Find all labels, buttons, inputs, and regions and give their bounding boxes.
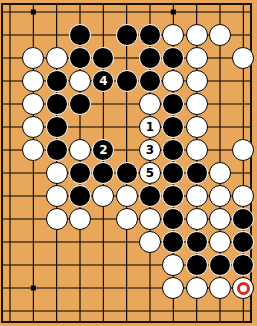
white-stone — [186, 24, 208, 46]
move-number: 3 — [146, 144, 154, 156]
board-cell[interactable] — [138, 208, 161, 231]
board-cell[interactable] — [92, 208, 115, 231]
board-cell[interactable] — [92, 185, 115, 208]
board-cell[interactable] — [45, 139, 68, 162]
board-cell[interactable] — [45, 24, 68, 47]
move-number: 1 — [146, 121, 154, 133]
white-stone — [162, 70, 184, 92]
board-cell[interactable] — [138, 254, 161, 277]
board-cell[interactable] — [92, 24, 115, 47]
board-cell[interactable] — [92, 300, 115, 323]
white-stone — [186, 93, 208, 115]
board-cell[interactable] — [115, 116, 138, 139]
board-cell[interactable] — [115, 24, 138, 47]
white-stone — [22, 47, 44, 69]
board-cell[interactable] — [208, 254, 231, 277]
board-cell[interactable] — [208, 277, 231, 300]
board-cell[interactable] — [22, 185, 45, 208]
white-stone — [186, 70, 208, 92]
board-cell[interactable] — [68, 162, 91, 185]
board-cell[interactable] — [92, 277, 115, 300]
board-cell[interactable] — [208, 162, 231, 185]
board-cell[interactable] — [22, 93, 45, 116]
white-stone: 3 — [139, 139, 161, 161]
board-cell[interactable] — [68, 24, 91, 47]
white-stone — [46, 162, 68, 184]
white-stone — [162, 277, 184, 299]
board-cell[interactable] — [92, 47, 115, 70]
white-stone — [139, 231, 161, 253]
black-stone — [162, 208, 184, 230]
board-cell[interactable] — [45, 1, 68, 24]
white-stone — [186, 116, 208, 138]
board-cell[interactable] — [0, 116, 22, 139]
board-cell[interactable] — [45, 277, 68, 300]
board-cell[interactable] — [232, 185, 255, 208]
board-cell[interactable] — [232, 93, 255, 116]
black-stone — [139, 47, 161, 69]
board-grid: 41235 — [0, 1, 255, 323]
board-cell[interactable] — [232, 70, 255, 93]
board-cell[interactable] — [185, 1, 208, 24]
black-stone — [162, 231, 184, 253]
red-circle-marker-icon — [237, 282, 250, 295]
board-cell[interactable] — [22, 70, 45, 93]
board-cell[interactable] — [22, 277, 45, 300]
black-stone — [116, 162, 138, 184]
board-cell[interactable] — [162, 139, 185, 162]
board-cell[interactable] — [232, 231, 255, 254]
white-stone — [209, 277, 231, 299]
white-stone — [209, 185, 231, 207]
board-cell[interactable]: 1 — [138, 116, 161, 139]
white-stone — [186, 277, 208, 299]
board-cell[interactable] — [22, 208, 45, 231]
black-stone — [139, 70, 161, 92]
board-cell[interactable] — [68, 1, 91, 24]
board-cell[interactable] — [22, 231, 45, 254]
board-cell[interactable] — [232, 254, 255, 277]
board-cell[interactable] — [208, 116, 231, 139]
board-cell[interactable] — [22, 116, 45, 139]
white-stone — [186, 185, 208, 207]
board-cell[interactable] — [45, 185, 68, 208]
white-stone — [22, 139, 44, 161]
board-cell[interactable] — [138, 1, 161, 24]
white-stone — [22, 93, 44, 115]
board-cell[interactable] — [22, 24, 45, 47]
board-cell[interactable] — [208, 139, 231, 162]
board-cell[interactable] — [208, 93, 231, 116]
black-stone — [139, 185, 161, 207]
black-stone: 4 — [92, 70, 114, 92]
black-stone — [232, 231, 254, 253]
board-cell[interactable] — [232, 24, 255, 47]
board-cell[interactable] — [68, 208, 91, 231]
board-cell[interactable] — [208, 1, 231, 24]
board-cell[interactable] — [45, 116, 68, 139]
white-stone — [232, 277, 254, 299]
board-cell[interactable] — [162, 24, 185, 47]
board-cell[interactable] — [0, 185, 22, 208]
black-stone — [69, 93, 91, 115]
board-cell[interactable] — [138, 185, 161, 208]
board-cell[interactable] — [162, 116, 185, 139]
board-cell[interactable] — [115, 277, 138, 300]
white-stone — [22, 70, 44, 92]
board-cell[interactable] — [208, 70, 231, 93]
board-cell[interactable] — [0, 162, 22, 185]
board-cell[interactable] — [22, 300, 45, 323]
board-cell[interactable]: 3 — [138, 139, 161, 162]
white-stone — [46, 208, 68, 230]
board-cell[interactable] — [68, 93, 91, 116]
board-cell[interactable] — [232, 277, 255, 300]
board-cell[interactable] — [45, 47, 68, 70]
board-cell[interactable] — [0, 231, 22, 254]
black-stone — [232, 254, 254, 276]
board-cell[interactable] — [185, 231, 208, 254]
board-cell[interactable] — [68, 139, 91, 162]
board-cell[interactable] — [208, 47, 231, 70]
board-cell[interactable] — [22, 254, 45, 277]
white-stone — [92, 185, 114, 207]
board-cell[interactable] — [232, 1, 255, 24]
board-cell[interactable] — [138, 277, 161, 300]
black-stone — [69, 24, 91, 46]
board-cell[interactable] — [45, 70, 68, 93]
board-cell[interactable] — [162, 208, 185, 231]
white-stone — [139, 93, 161, 115]
black-stone — [162, 47, 184, 69]
go-board-diagram: 41235 — [0, 0, 257, 326]
board-cell[interactable] — [162, 185, 185, 208]
black-stone — [162, 93, 184, 115]
white-stone — [139, 208, 161, 230]
board-cell[interactable] — [115, 254, 138, 277]
board-cell[interactable] — [22, 162, 45, 185]
white-stone — [69, 70, 91, 92]
white-stone — [209, 24, 231, 46]
board-cell[interactable] — [138, 47, 161, 70]
black-stone — [232, 208, 254, 230]
board-cell[interactable] — [68, 231, 91, 254]
black-stone — [46, 139, 68, 161]
board-cell[interactable] — [162, 93, 185, 116]
board-cell[interactable] — [0, 277, 22, 300]
board-cell[interactable] — [115, 93, 138, 116]
board-cell[interactable] — [232, 116, 255, 139]
board-cell[interactable] — [115, 139, 138, 162]
board-cell[interactable] — [232, 208, 255, 231]
board-cell[interactable] — [68, 70, 91, 93]
board-cell[interactable] — [92, 93, 115, 116]
board-cell[interactable] — [185, 24, 208, 47]
board-cell[interactable] — [162, 277, 185, 300]
board-cell[interactable] — [45, 162, 68, 185]
white-stone — [186, 47, 208, 69]
black-stone — [92, 47, 114, 69]
board-cell[interactable] — [138, 93, 161, 116]
board-cell[interactable] — [68, 47, 91, 70]
board-cell[interactable] — [45, 231, 68, 254]
board-cell[interactable] — [208, 231, 231, 254]
board-cell[interactable] — [0, 300, 22, 323]
black-stone — [162, 162, 184, 184]
board-cell[interactable] — [185, 185, 208, 208]
board-cell[interactable] — [115, 47, 138, 70]
board-cell[interactable] — [232, 47, 255, 70]
board-cell[interactable]: 5 — [138, 162, 161, 185]
black-stone — [186, 162, 208, 184]
black-stone — [116, 70, 138, 92]
white-stone — [232, 185, 254, 207]
black-stone — [162, 116, 184, 138]
board-cell[interactable]: 2 — [92, 139, 115, 162]
board-cell[interactable] — [22, 1, 45, 24]
board-cell[interactable] — [45, 254, 68, 277]
board-cell[interactable] — [185, 47, 208, 70]
board-cell[interactable] — [68, 300, 91, 323]
board-cell[interactable] — [208, 24, 231, 47]
white-stone — [116, 185, 138, 207]
board-cell[interactable] — [185, 162, 208, 185]
board-cell[interactable] — [185, 139, 208, 162]
white-stone — [69, 139, 91, 161]
black-stone — [186, 231, 208, 253]
board-cell[interactable] — [185, 70, 208, 93]
board-cell[interactable] — [115, 162, 138, 185]
black-stone — [162, 139, 184, 161]
board-cell[interactable] — [0, 254, 22, 277]
board-cell[interactable] — [45, 93, 68, 116]
board-cell[interactable] — [115, 231, 138, 254]
black-stone — [46, 93, 68, 115]
white-stone — [232, 139, 254, 161]
board-cell[interactable] — [162, 231, 185, 254]
board-cell[interactable] — [208, 300, 231, 323]
board-cell[interactable] — [68, 185, 91, 208]
black-stone — [69, 185, 91, 207]
board-cell[interactable] — [22, 47, 45, 70]
board-cell[interactable] — [92, 116, 115, 139]
board-cell[interactable] — [0, 24, 22, 47]
board-cell[interactable] — [162, 162, 185, 185]
white-stone — [116, 208, 138, 230]
board-cell[interactable] — [0, 1, 22, 24]
white-stone — [46, 47, 68, 69]
board-cell[interactable] — [0, 70, 22, 93]
board-cell[interactable]: 4 — [92, 70, 115, 93]
board-cell[interactable] — [115, 185, 138, 208]
board-cell[interactable] — [162, 47, 185, 70]
board-cell[interactable] — [185, 208, 208, 231]
white-stone — [209, 208, 231, 230]
board-cell[interactable] — [208, 208, 231, 231]
board-cell[interactable] — [0, 93, 22, 116]
board-cell[interactable] — [185, 116, 208, 139]
board-cell[interactable] — [0, 47, 22, 70]
board-cell[interactable] — [115, 208, 138, 231]
black-stone — [92, 162, 114, 184]
white-stone: 5 — [139, 162, 161, 184]
black-stone — [139, 24, 161, 46]
white-stone — [186, 139, 208, 161]
board-cell[interactable] — [0, 139, 22, 162]
board-cell[interactable] — [68, 254, 91, 277]
board-cell[interactable] — [232, 300, 255, 323]
board-cell[interactable] — [208, 185, 231, 208]
board-cell[interactable] — [162, 70, 185, 93]
board-cell[interactable] — [45, 300, 68, 323]
board-cell[interactable] — [232, 139, 255, 162]
board-cell[interactable] — [185, 277, 208, 300]
board-cell[interactable] — [92, 162, 115, 185]
white-stone — [209, 231, 231, 253]
board-cell[interactable] — [115, 1, 138, 24]
board-cell[interactable] — [68, 116, 91, 139]
board-cell[interactable] — [92, 254, 115, 277]
board-cell[interactable] — [232, 162, 255, 185]
board-cell[interactable] — [138, 300, 161, 323]
board-cell[interactable] — [115, 70, 138, 93]
board-cell[interactable] — [162, 1, 185, 24]
move-number: 5 — [146, 167, 154, 179]
black-stone — [116, 24, 138, 46]
board-cell[interactable] — [45, 208, 68, 231]
white-stone: 1 — [139, 116, 161, 138]
black-stone — [46, 116, 68, 138]
board-cell[interactable] — [138, 24, 161, 47]
board-cell[interactable] — [115, 300, 138, 323]
white-stone — [186, 208, 208, 230]
black-stone — [69, 162, 91, 184]
black-stone — [162, 185, 184, 207]
board-cell[interactable] — [138, 231, 161, 254]
board-cell[interactable] — [22, 139, 45, 162]
white-stone — [22, 116, 44, 138]
board-cell[interactable] — [92, 231, 115, 254]
white-stone — [69, 208, 91, 230]
board-cell[interactable] — [68, 277, 91, 300]
move-number: 2 — [99, 144, 107, 156]
board-cell[interactable] — [185, 93, 208, 116]
white-stone — [162, 24, 184, 46]
black-stone — [209, 254, 231, 276]
board-cell[interactable] — [138, 70, 161, 93]
white-stone — [232, 47, 254, 69]
black-stone — [186, 254, 208, 276]
black-stone: 2 — [92, 139, 114, 161]
white-stone — [46, 185, 68, 207]
black-stone — [69, 47, 91, 69]
board-cell[interactable] — [162, 254, 185, 277]
white-stone — [209, 162, 231, 184]
board-cell[interactable] — [92, 1, 115, 24]
board-cell[interactable] — [185, 300, 208, 323]
board-cell[interactable] — [162, 300, 185, 323]
white-stone — [162, 254, 184, 276]
board-cell[interactable] — [185, 254, 208, 277]
board-cell[interactable] — [0, 208, 22, 231]
black-stone — [46, 70, 68, 92]
move-number: 4 — [99, 75, 107, 87]
